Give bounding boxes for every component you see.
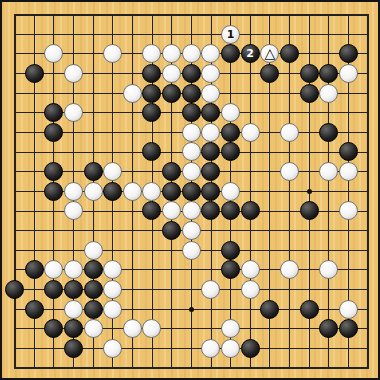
white-stone: △ bbox=[260, 44, 279, 63]
white-stone bbox=[44, 44, 63, 63]
black-stone bbox=[300, 201, 319, 220]
white-stone bbox=[182, 221, 201, 240]
white-stone bbox=[84, 182, 103, 201]
black-stone bbox=[221, 123, 240, 142]
white-stone bbox=[319, 162, 338, 181]
black-stone bbox=[221, 241, 240, 260]
black-stone bbox=[182, 103, 201, 122]
black-stone bbox=[44, 103, 63, 122]
white-stone bbox=[201, 339, 220, 358]
black-stone bbox=[64, 339, 83, 358]
triangle-marker: △ bbox=[264, 46, 275, 60]
white-stone bbox=[64, 103, 83, 122]
black-stone bbox=[44, 182, 63, 201]
black-stone bbox=[339, 44, 358, 63]
black-stone bbox=[5, 280, 24, 299]
black-stone bbox=[142, 142, 161, 161]
black-stone bbox=[182, 182, 201, 201]
move-number-label: 2 bbox=[246, 48, 254, 59]
black-stone bbox=[162, 84, 181, 103]
black-stone bbox=[44, 280, 63, 299]
white-stone bbox=[64, 260, 83, 279]
black-stone bbox=[201, 142, 220, 161]
white-stone bbox=[182, 142, 201, 161]
black-stone bbox=[280, 44, 299, 63]
white-stone bbox=[142, 319, 161, 338]
black-stone bbox=[64, 280, 83, 299]
white-stone bbox=[64, 300, 83, 319]
white-stone bbox=[201, 280, 220, 299]
white-stone bbox=[201, 44, 220, 63]
white-stone bbox=[142, 44, 161, 63]
white-stone bbox=[280, 162, 299, 181]
white-stone bbox=[162, 201, 181, 220]
black-stone bbox=[25, 64, 44, 83]
white-stone bbox=[162, 44, 181, 63]
black-stone bbox=[25, 260, 44, 279]
white-stone bbox=[201, 84, 220, 103]
move-number-label: 1 bbox=[227, 29, 235, 40]
go-board[interactable]: 12△ bbox=[0, 0, 380, 380]
white-stone bbox=[280, 123, 299, 142]
black-stone bbox=[201, 201, 220, 220]
white-stone bbox=[221, 339, 240, 358]
grid-line bbox=[14, 367, 370, 369]
black-stone bbox=[300, 84, 319, 103]
black-stone bbox=[221, 260, 240, 279]
white-stone bbox=[241, 123, 260, 142]
black-stone bbox=[84, 260, 103, 279]
black-stone bbox=[182, 84, 201, 103]
black-stone bbox=[44, 319, 63, 338]
star-point bbox=[189, 307, 194, 312]
white-stone bbox=[241, 260, 260, 279]
black-stone bbox=[142, 84, 161, 103]
black-stone bbox=[103, 182, 122, 201]
white-stone bbox=[201, 123, 220, 142]
black-stone bbox=[162, 221, 181, 240]
grid-line bbox=[250, 14, 251, 370]
white-stone bbox=[103, 300, 122, 319]
black-stone bbox=[221, 44, 240, 63]
white-stone bbox=[201, 64, 220, 83]
black-stone bbox=[319, 123, 338, 142]
black-stone bbox=[319, 319, 338, 338]
grid-line bbox=[367, 14, 369, 370]
white-stone bbox=[221, 182, 240, 201]
white-stone bbox=[182, 241, 201, 260]
white-stone bbox=[182, 123, 201, 142]
white-stone bbox=[241, 280, 260, 299]
black-stone bbox=[84, 162, 103, 181]
white-stone bbox=[221, 319, 240, 338]
black-stone bbox=[221, 201, 240, 220]
white-stone bbox=[103, 280, 122, 299]
black-stone bbox=[64, 319, 83, 338]
black-stone bbox=[142, 201, 161, 220]
black-stone bbox=[84, 280, 103, 299]
white-stone bbox=[84, 241, 103, 260]
white-stone bbox=[84, 319, 103, 338]
white-stone bbox=[339, 201, 358, 220]
white-stone bbox=[64, 182, 83, 201]
black-stone: 2 bbox=[241, 44, 260, 63]
white-stone bbox=[280, 260, 299, 279]
white-stone bbox=[221, 103, 240, 122]
white-stone bbox=[103, 260, 122, 279]
white-stone bbox=[123, 182, 142, 201]
black-stone bbox=[319, 64, 338, 83]
black-stone bbox=[300, 300, 319, 319]
white-stone bbox=[182, 44, 201, 63]
black-stone bbox=[260, 64, 279, 83]
black-stone bbox=[25, 300, 44, 319]
white-stone bbox=[103, 44, 122, 63]
white-stone bbox=[64, 64, 83, 83]
black-stone bbox=[84, 300, 103, 319]
white-stone bbox=[339, 300, 358, 319]
white-stone: 1 bbox=[221, 25, 240, 44]
white-stone bbox=[44, 260, 63, 279]
white-stone bbox=[162, 64, 181, 83]
white-stone bbox=[123, 84, 142, 103]
black-stone bbox=[300, 64, 319, 83]
black-stone bbox=[221, 142, 240, 161]
black-stone bbox=[162, 162, 181, 181]
white-stone bbox=[339, 64, 358, 83]
black-stone bbox=[182, 64, 201, 83]
white-stone bbox=[103, 339, 122, 358]
white-stone bbox=[64, 201, 83, 220]
black-stone bbox=[339, 319, 358, 338]
white-stone bbox=[182, 201, 201, 220]
black-stone bbox=[44, 162, 63, 181]
black-stone bbox=[201, 182, 220, 201]
black-stone bbox=[201, 162, 220, 181]
black-stone bbox=[241, 201, 260, 220]
white-stone bbox=[319, 84, 338, 103]
black-stone bbox=[142, 103, 161, 122]
star-point bbox=[307, 189, 312, 194]
white-stone bbox=[339, 162, 358, 181]
black-stone bbox=[142, 64, 161, 83]
white-stone bbox=[103, 162, 122, 181]
black-stone bbox=[44, 123, 63, 142]
white-stone bbox=[123, 319, 142, 338]
white-stone bbox=[319, 260, 338, 279]
grid-line bbox=[289, 14, 290, 370]
black-stone bbox=[339, 142, 358, 161]
black-stone bbox=[162, 182, 181, 201]
black-stone bbox=[260, 300, 279, 319]
white-stone bbox=[142, 182, 161, 201]
black-stone bbox=[241, 339, 260, 358]
black-stone bbox=[201, 103, 220, 122]
white-stone bbox=[182, 162, 201, 181]
